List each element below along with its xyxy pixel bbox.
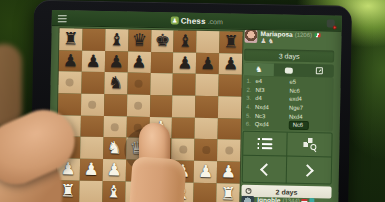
control-buttons [242, 131, 333, 185]
chat-bubble-icon [285, 67, 293, 73]
avatar-bottom[interactable] [241, 196, 254, 202]
square-h7[interactable]: ♟ [219, 53, 242, 75]
square-e6[interactable] [150, 73, 173, 95]
white-move[interactable]: Qxd4 [255, 121, 289, 128]
move-list-icon [257, 138, 272, 149]
square-h5[interactable] [218, 96, 241, 118]
flag-icon-bottom [302, 198, 308, 202]
chevron-right-icon [301, 164, 314, 177]
square-c7[interactable]: ♟ [105, 51, 128, 73]
white-piece-h1: ♜ [216, 183, 239, 202]
square-e5[interactable] [149, 95, 172, 117]
square-g6[interactable] [196, 74, 219, 96]
move-row: 6.Qxd4Nc6 [243, 120, 333, 130]
black-piece-a7: ♟ [59, 50, 82, 72]
square-h2[interactable]: ♟ [217, 161, 240, 183]
square-e8[interactable]: ♚ [151, 30, 174, 52]
clock-top-label: 3 days [279, 52, 300, 59]
tab-share[interactable] [304, 64, 334, 78]
square-d8[interactable]: ♛ [128, 30, 151, 52]
square-c6[interactable]: ♞ [104, 72, 127, 94]
logo-suffix: .com [208, 18, 223, 25]
square-a8[interactable]: ♜ [59, 28, 82, 50]
square-f8[interactable]: ♝ [174, 30, 197, 52]
black-piece-c7: ♟ [105, 51, 128, 73]
flag-icon-top [314, 33, 320, 37]
prev-move-button[interactable] [243, 156, 288, 184]
move-number: 1. [247, 78, 256, 84]
square-c5[interactable] [104, 94, 127, 116]
clock-icon [245, 187, 251, 193]
move-number: 3. [246, 95, 255, 101]
black-piece-b7: ♟ [82, 50, 105, 72]
move-number: 5. [246, 112, 255, 118]
square-b7[interactable]: ♟ [82, 50, 105, 72]
square-b4[interactable] [80, 115, 103, 137]
black-piece-f7: ♟ [173, 52, 196, 74]
black-piece-h7: ♟ [219, 53, 242, 75]
square-g8[interactable] [197, 31, 220, 53]
left-hand-fingers [0, 44, 22, 128]
square-d7[interactable]: ♟ [127, 51, 150, 73]
square-a7[interactable]: ♟ [59, 50, 82, 72]
move-number: 2. [246, 87, 255, 93]
notification-badge [332, 25, 337, 30]
black-move[interactable]: Nxd4 [289, 113, 323, 120]
player-card-top: Mariaposa (1206) ♟♞ [244, 30, 334, 50]
move-list-button[interactable] [243, 132, 287, 157]
square-b3[interactable] [80, 137, 103, 159]
black-move[interactable]: exd4 [289, 96, 323, 103]
tab-chat[interactable] [274, 63, 304, 77]
captured-pieces-top: ♟♞ [260, 38, 320, 46]
black-piece-h8: ♜ [219, 31, 242, 53]
black-piece-d8: ♛ [128, 30, 151, 52]
badge-icon-bottom [310, 198, 315, 202]
white-piece-b2: ♟ [80, 159, 103, 181]
chevron-left-icon [260, 163, 273, 176]
white-move[interactable]: e4 [256, 78, 290, 85]
square-b1[interactable] [79, 180, 102, 202]
player-rating-top: (1206) [295, 31, 312, 37]
clock-bottom-label: 2 days [276, 188, 298, 195]
game-sidebar: Mariaposa (1206) ♟♞ 3 days ♞ 1.e4e52. [238, 30, 336, 202]
move-number: 6. [246, 121, 255, 127]
black-piece-g7: ♟ [196, 53, 219, 75]
black-piece-f8: ♝ [174, 30, 197, 52]
white-move[interactable]: Nxd4 [255, 104, 289, 111]
board-magnifier-icon [303, 138, 316, 151]
black-move[interactable]: Nge7 [289, 105, 323, 112]
square-g5[interactable] [195, 96, 218, 118]
square-f5[interactable] [172, 95, 195, 117]
pointing-finger [118, 120, 210, 202]
square-f7[interactable]: ♟ [173, 52, 196, 74]
square-h6[interactable] [219, 75, 242, 97]
square-c8[interactable]: ♝ [105, 29, 128, 51]
black-move[interactable]: Nc6 [289, 88, 323, 95]
scene: ♟ Chess .com ♜♝♛♚♝♜♟♟♟♟♟♟♟♞♟♞♛♟♟♟♟♟♟♜♝♚♝… [0, 0, 385, 202]
compose-icon [315, 67, 322, 74]
white-piece-h2: ♟ [217, 161, 240, 183]
avatar-top[interactable] [244, 30, 257, 43]
black-piece-c8: ♝ [105, 29, 128, 51]
logo-text: Chess [181, 16, 206, 25]
tab-moves[interactable]: ♞ [244, 63, 274, 77]
white-move[interactable]: d4 [255, 95, 289, 102]
move-number: 4. [246, 104, 255, 110]
black-move[interactable]: e5 [290, 79, 324, 86]
square-h4[interactable] [218, 118, 241, 140]
square-a5[interactable] [58, 93, 81, 115]
white-move[interactable]: Nf3 [255, 87, 289, 94]
square-h1[interactable]: ♜ [216, 183, 239, 202]
finger-body [129, 156, 186, 202]
explore-button[interactable] [287, 133, 331, 158]
square-g7[interactable]: ♟ [196, 53, 219, 75]
player-rating-bottom: (1344) [282, 197, 299, 202]
pawn-logo-icon: ♟ [171, 16, 179, 24]
black-piece-e8: ♚ [151, 30, 174, 52]
square-b8[interactable] [82, 29, 105, 51]
challenge-badge-icon[interactable] [327, 19, 335, 27]
player-card-bottom: Ignoble (1344) ♟♞ [241, 196, 331, 202]
black-piece-a8: ♜ [59, 28, 82, 50]
black-piece-d7: ♟ [127, 51, 150, 73]
knight-icon: ♞ [255, 65, 262, 73]
move-list: 1.e4e52.Nf3Nc63.d4exd44.Nxd4Nge75.Nc3Nxd… [243, 76, 334, 131]
square-b6[interactable] [81, 72, 104, 94]
next-move-button[interactable] [287, 157, 332, 185]
square-h8[interactable]: ♜ [219, 31, 242, 53]
black-piece-c6: ♞ [104, 72, 127, 94]
square-b2[interactable]: ♟ [80, 159, 103, 181]
white-move[interactable]: Nc3 [255, 113, 289, 120]
square-f6[interactable] [173, 74, 196, 96]
player-name-bottom[interactable]: Ignoble [257, 196, 280, 202]
clock-top: 3 days [244, 49, 334, 63]
square-e7[interactable] [150, 52, 173, 74]
black-move[interactable]: Nc6 [289, 120, 309, 129]
